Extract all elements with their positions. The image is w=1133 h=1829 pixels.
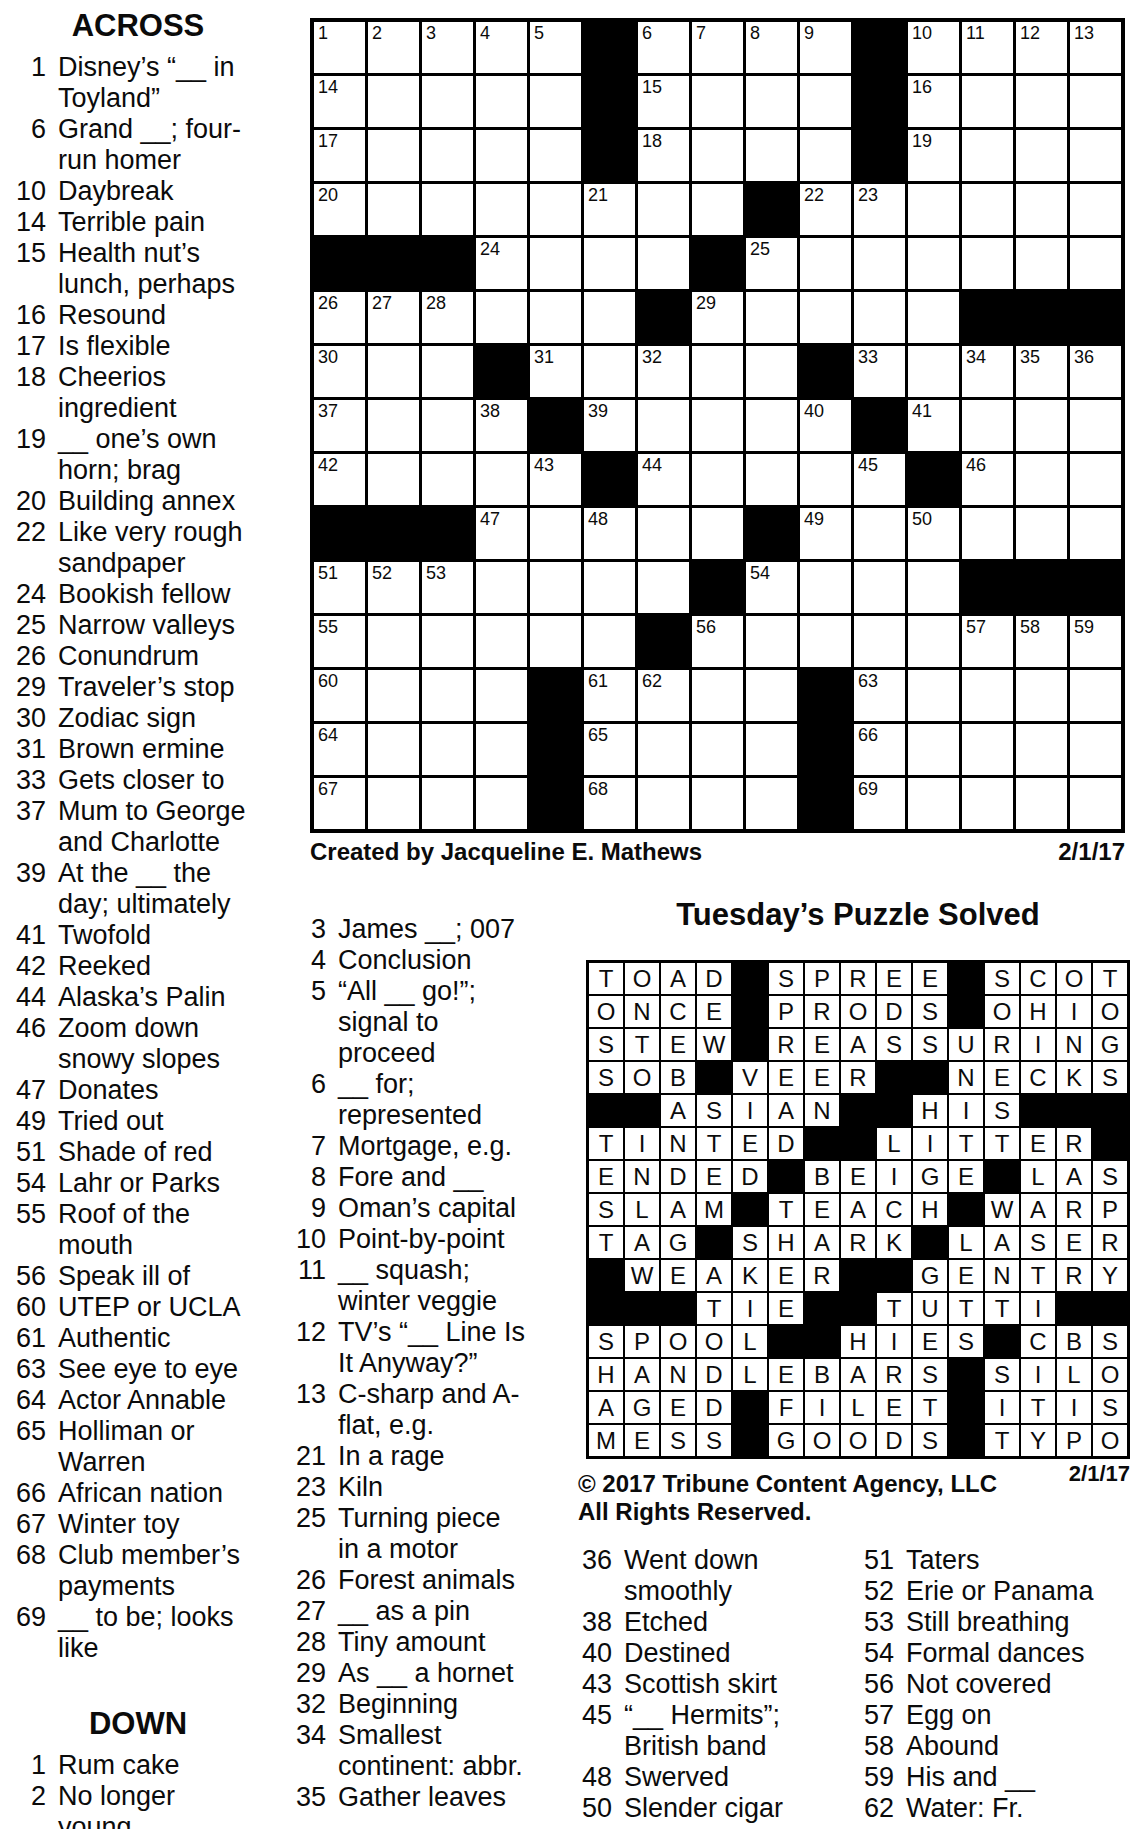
grid-cell-r4c8[interactable] [692, 184, 743, 235]
grid-cell-r2c1[interactable]: 14 [314, 76, 365, 127]
grid-cell-r4c1[interactable]: 20 [314, 184, 365, 235]
grid-cell-r1c13[interactable]: 11 [962, 22, 1013, 73]
grid-cell-r14c4[interactable] [476, 724, 527, 775]
solved-letter-r13c4: D [697, 1359, 731, 1390]
clue-number: 32 [292, 1689, 326, 1720]
solved-letter-r8c10: H [913, 1194, 947, 1225]
grid-cell-r8c8[interactable] [692, 400, 743, 451]
grid-cell-r13c2[interactable] [368, 670, 419, 721]
grid-cell-r15c6[interactable]: 68 [584, 778, 635, 829]
grid-cell-r15c12[interactable] [908, 778, 959, 829]
cell-number: 34 [966, 347, 986, 367]
grid-cell-r14c12[interactable] [908, 724, 959, 775]
grid-cell-r13c11[interactable]: 63 [854, 670, 905, 721]
grid-cell-r6c8[interactable]: 29 [692, 292, 743, 343]
clue-text: C-sharp and A- flat, e.g. [338, 1379, 552, 1441]
grid-cell-r10c14[interactable] [1016, 508, 1067, 559]
grid-cell-r2c5[interactable] [530, 76, 581, 127]
solved-letter-r9c14: E [1057, 1227, 1091, 1258]
grid-cell-r4c5[interactable] [530, 184, 581, 235]
grid-cell-r11c11[interactable] [854, 562, 905, 613]
solved-letter-r1c15: T [1093, 963, 1127, 994]
grid-cell-r2c10[interactable] [800, 76, 851, 127]
clue-number: 15 [10, 238, 46, 269]
grid-cell-r12c12[interactable] [908, 616, 959, 667]
clue-item: 43Scottish skirt [578, 1669, 870, 1700]
grid-cell-r12c13[interactable]: 57 [962, 616, 1013, 667]
clue-number: 62 [860, 1793, 894, 1824]
cell-number: 9 [804, 23, 814, 43]
grid-cell-r5c11[interactable] [854, 238, 905, 289]
clue-item: 16Resound [10, 300, 266, 331]
grid-cell-r11c1[interactable]: 51 [314, 562, 365, 613]
cell-number: 37 [318, 401, 338, 421]
clue-number: 6 [292, 1069, 326, 1100]
grid-cell-r8c6[interactable]: 39 [584, 400, 635, 451]
grid-cell-r10c13[interactable] [962, 508, 1013, 559]
grid-cell-r3c5[interactable] [530, 130, 581, 181]
grid-cell-r4c4[interactable] [476, 184, 527, 235]
across-clue-list: 1Disney’s “__ in Toyland”6Grand __; four… [10, 52, 266, 1664]
grid-cell-r8c3[interactable] [422, 400, 473, 451]
grid-cell-r2c12[interactable]: 16 [908, 76, 959, 127]
grid-cell-r7c8[interactable] [692, 346, 743, 397]
grid-cell-r12c3[interactable] [422, 616, 473, 667]
grid-cell-r15c4[interactable] [476, 778, 527, 829]
grid-cell-r9c3[interactable] [422, 454, 473, 505]
grid-cell-r14c15[interactable] [1070, 724, 1121, 775]
grid-cell-r14c6[interactable]: 65 [584, 724, 635, 775]
clue-number: 43 [578, 1669, 612, 1700]
grid-cell-r4c15[interactable] [1070, 184, 1121, 235]
solved-letter-r15c7: O [805, 1425, 839, 1456]
grid-cell-r11c12[interactable] [908, 562, 959, 613]
grid-cell-r11c4[interactable] [476, 562, 527, 613]
grid-cell-r14c8[interactable] [692, 724, 743, 775]
down-clue-list-1: 1Rum cake2No longer young [10, 1750, 266, 1829]
block-cell-r11c8 [692, 562, 743, 613]
solved-block-r15c5 [733, 1425, 767, 1456]
grid-cell-r10c15[interactable] [1070, 508, 1121, 559]
cell-number: 56 [696, 617, 716, 637]
grid-cell-r7c6[interactable] [584, 346, 635, 397]
grid-cell-r11c10[interactable] [800, 562, 851, 613]
grid-cell-r9c11[interactable]: 45 [854, 454, 905, 505]
grid-cell-r13c14[interactable] [1016, 670, 1067, 721]
grid-cell-r7c5[interactable]: 31 [530, 346, 581, 397]
solved-letter-r6c3: N [661, 1128, 695, 1159]
clue-number: 20 [10, 486, 46, 517]
grid-cell-r1c7[interactable]: 6 [638, 22, 689, 73]
grid-cell-r5c14[interactable] [1016, 238, 1067, 289]
grid-cell-r15c15[interactable] [1070, 778, 1121, 829]
solved-block-r14c5 [733, 1392, 767, 1423]
grid-cell-r2c14[interactable] [1016, 76, 1067, 127]
clue-number: 61 [10, 1323, 46, 1354]
clue-item: 9Oman’s capital [292, 1193, 558, 1224]
grid-cell-r13c6[interactable]: 61 [584, 670, 635, 721]
grid-cell-r9c15[interactable] [1070, 454, 1121, 505]
grid-cell-r7c9[interactable] [746, 346, 797, 397]
solved-letter-r12c11: S [949, 1326, 983, 1357]
grid-cell-r6c6[interactable] [584, 292, 635, 343]
grid-cell-r8c15[interactable] [1070, 400, 1121, 451]
block-cell-r10c2 [368, 508, 419, 559]
grid-cell-r14c9[interactable] [746, 724, 797, 775]
grid-cell-r14c11[interactable]: 66 [854, 724, 905, 775]
grid-cell-r5c9[interactable]: 25 [746, 238, 797, 289]
down-clue-list-2: 3James __; 0074Conclusion5“All __ go!”; … [292, 914, 558, 1813]
grid-cell-r4c10[interactable]: 22 [800, 184, 851, 235]
grid-cell-r9c7[interactable]: 44 [638, 454, 689, 505]
clue-text: __ to be; looks like [58, 1602, 266, 1664]
grid-cell-r8c13[interactable] [962, 400, 1013, 451]
grid-cell-r3c2[interactable] [368, 130, 419, 181]
grid-cell-r15c11[interactable]: 69 [854, 778, 905, 829]
solved-letter-r2c1: O [589, 996, 623, 1027]
grid-cell-r7c1[interactable]: 30 [314, 346, 365, 397]
grid-cell-r9c5[interactable]: 43 [530, 454, 581, 505]
grid-cell-r11c5[interactable] [530, 562, 581, 613]
grid-cell-r13c15[interactable] [1070, 670, 1121, 721]
grid-cell-r2c7[interactable]: 15 [638, 76, 689, 127]
grid-cell-r9c1[interactable]: 42 [314, 454, 365, 505]
grid-cell-r15c14[interactable] [1016, 778, 1067, 829]
grid-cell-r5c12[interactable] [908, 238, 959, 289]
grid-cell-r14c13[interactable] [962, 724, 1013, 775]
grid-cell-r5c7[interactable] [638, 238, 689, 289]
grid-cell-r9c4[interactable] [476, 454, 527, 505]
solved-letter-r5c11: I [949, 1095, 983, 1126]
grid-cell-r10c10[interactable]: 49 [800, 508, 851, 559]
grid-cell-r3c4[interactable] [476, 130, 527, 181]
clue-item: 42Reeked [10, 951, 266, 982]
clue-item: 48Swerved [578, 1762, 870, 1793]
grid-cell-r2c15[interactable] [1070, 76, 1121, 127]
clue-number: 38 [578, 1607, 612, 1638]
grid-cell-r7c14[interactable]: 35 [1016, 346, 1067, 397]
grid-cell-r15c7[interactable] [638, 778, 689, 829]
solved-letter-r9c1: T [589, 1227, 623, 1258]
grid-cell-r3c14[interactable] [1016, 130, 1067, 181]
grid-cell-r1c3[interactable]: 3 [422, 22, 473, 73]
grid-cell-r3c12[interactable]: 19 [908, 130, 959, 181]
grid-cell-r8c9[interactable] [746, 400, 797, 451]
grid-cell-r13c1[interactable]: 60 [314, 670, 365, 721]
grid-cell-r5c15[interactable] [1070, 238, 1121, 289]
cell-number: 18 [642, 131, 662, 151]
cell-number: 15 [642, 77, 662, 97]
grid-cell-r3c9[interactable] [746, 130, 797, 181]
grid-cell-r14c7[interactable] [638, 724, 689, 775]
clue-text: Winter toy [58, 1509, 266, 1540]
clue-text: Speak ill of [58, 1261, 266, 1292]
grid-cell-r7c11[interactable]: 33 [854, 346, 905, 397]
grid-cell-r8c1[interactable]: 37 [314, 400, 365, 451]
grid-cell-r2c8[interactable] [692, 76, 743, 127]
clue-text: Mortgage, e.g. [338, 1131, 552, 1162]
grid-cell-r6c11[interactable] [854, 292, 905, 343]
block-cell-r6c7 [638, 292, 689, 343]
grid-cell-r15c8[interactable] [692, 778, 743, 829]
grid-cell-r12c2[interactable] [368, 616, 419, 667]
grid-cell-r2c9[interactable] [746, 76, 797, 127]
grid-cell-r3c8[interactable] [692, 130, 743, 181]
grid-cell-r6c1[interactable]: 26 [314, 292, 365, 343]
grid-cell-r3c3[interactable] [422, 130, 473, 181]
grid-cell-r4c11[interactable]: 23 [854, 184, 905, 235]
solved-letter-r15c2: E [625, 1425, 659, 1456]
solved-block-r11c15 [1093, 1293, 1127, 1324]
grid-cell-r12c15[interactable]: 59 [1070, 616, 1121, 667]
clue-item: 59His and __ [860, 1762, 1128, 1793]
grid-cell-r1c4[interactable]: 4 [476, 22, 527, 73]
solved-block-r7c6 [769, 1161, 803, 1192]
solved-letter-r4c11: N [949, 1062, 983, 1093]
grid-cell-r3c10[interactable] [800, 130, 851, 181]
grid-cell-r10c6[interactable]: 48 [584, 508, 635, 559]
grid-cell-r13c7[interactable]: 62 [638, 670, 689, 721]
grid-cell-r4c12[interactable] [908, 184, 959, 235]
solved-letter-r3c10: S [913, 1029, 947, 1060]
clue-number: 22 [10, 517, 46, 548]
grid-cell-r12c10[interactable] [800, 616, 851, 667]
grid-cell-r1c9[interactable]: 8 [746, 22, 797, 73]
grid-cell-r5c6[interactable] [584, 238, 635, 289]
solved-letter-r15c12: T [985, 1425, 1019, 1456]
grid-cell-r1c12[interactable]: 10 [908, 22, 959, 73]
grid-cell-r14c2[interactable] [368, 724, 419, 775]
grid-cell-r8c12[interactable]: 41 [908, 400, 959, 451]
solved-letter-r2c14: I [1057, 996, 1091, 1027]
clue-item: 21In a rage [292, 1441, 558, 1472]
grid-cell-r6c5[interactable] [530, 292, 581, 343]
grid-cell-r14c14[interactable] [1016, 724, 1067, 775]
solved-letter-r12c1: S [589, 1326, 623, 1357]
solved-block-r8c11 [949, 1194, 983, 1225]
grid-cell-r11c7[interactable] [638, 562, 689, 613]
grid-cell-r9c13[interactable]: 46 [962, 454, 1013, 505]
grid-cell-r4c13[interactable] [962, 184, 1013, 235]
clue-number: 25 [10, 610, 46, 641]
grid-cell-r12c4[interactable] [476, 616, 527, 667]
grid-cell-r3c7[interactable]: 18 [638, 130, 689, 181]
clue-item: 39At the __ the day; ultimately [10, 858, 266, 920]
grid-cell-r13c9[interactable] [746, 670, 797, 721]
grid-cell-r12c6[interactable] [584, 616, 635, 667]
grid-cell-r3c15[interactable] [1070, 130, 1121, 181]
grid-cell-r5c13[interactable] [962, 238, 1013, 289]
grid-cell-r11c3[interactable]: 53 [422, 562, 473, 613]
grid-cell-r11c6[interactable] [584, 562, 635, 613]
grid-cell-r6c2[interactable]: 27 [368, 292, 419, 343]
solved-block-r5c14 [1057, 1095, 1091, 1126]
grid-cell-r6c12[interactable] [908, 292, 959, 343]
grid-cell-r2c2[interactable] [368, 76, 419, 127]
grid-cell-r2c4[interactable] [476, 76, 527, 127]
cell-number: 32 [642, 347, 662, 367]
grid-cell-r4c2[interactable] [368, 184, 419, 235]
cell-number: 25 [750, 239, 770, 259]
grid-cell-r7c12[interactable] [908, 346, 959, 397]
solved-letter-r10c12: N [985, 1260, 1019, 1291]
grid-cell-r4c7[interactable] [638, 184, 689, 235]
solved-letter-r10c4: A [697, 1260, 731, 1291]
block-cell-r2c6 [584, 76, 635, 127]
grid-cell-r14c3[interactable] [422, 724, 473, 775]
grid-cell-r9c2[interactable] [368, 454, 419, 505]
grid-cell-r5c4[interactable]: 24 [476, 238, 527, 289]
grid-cell-r11c2[interactable]: 52 [368, 562, 419, 613]
grid-cell-r3c1[interactable]: 17 [314, 130, 365, 181]
grid-cell-r1c10[interactable]: 9 [800, 22, 851, 73]
grid-cell-r12c14[interactable]: 58 [1016, 616, 1067, 667]
solved-block-r11c2 [625, 1293, 659, 1324]
clue-item: 12TV’s “__ Line Is It Anyway?” [292, 1317, 558, 1379]
solved-letter-r6c12: T [985, 1128, 1019, 1159]
grid-cell-r2c3[interactable] [422, 76, 473, 127]
grid-cell-r9c8[interactable] [692, 454, 743, 505]
grid-cell-r12c8[interactable]: 56 [692, 616, 743, 667]
grid-cell-r13c8[interactable] [692, 670, 743, 721]
clue-text: See eye to eye [58, 1354, 266, 1385]
grid-cell-r10c12[interactable]: 50 [908, 508, 959, 559]
solved-letter-r10c11: E [949, 1260, 983, 1291]
grid-cell-r7c3[interactable] [422, 346, 473, 397]
cell-number: 57 [966, 617, 986, 637]
block-cell-r13c5 [530, 670, 581, 721]
grid-cell-r13c13[interactable] [962, 670, 1013, 721]
solved-letter-r3c1: S [589, 1029, 623, 1060]
solved-block-r4c9 [877, 1062, 911, 1093]
clue-text: Destined [624, 1638, 862, 1669]
grid-cell-r12c9[interactable] [746, 616, 797, 667]
solved-letter-r11c13: I [1021, 1293, 1055, 1324]
grid-cell-r15c1[interactable]: 67 [314, 778, 365, 829]
grid-cell-r9c14[interactable] [1016, 454, 1067, 505]
grid-cell-r1c8[interactable]: 7 [692, 22, 743, 73]
clue-number: 14 [10, 207, 46, 238]
grid-cell-r9c9[interactable] [746, 454, 797, 505]
grid-cell-r10c8[interactable] [692, 508, 743, 559]
solved-letter-r6c13: E [1021, 1128, 1055, 1159]
solved-letter-r4c7: E [805, 1062, 839, 1093]
solved-letter-r9c12: A [985, 1227, 1019, 1258]
clue-item: 65Holliman or Warren [10, 1416, 266, 1478]
solved-letter-r13c15: O [1093, 1359, 1127, 1390]
clue-text: Turning piece in a motor [338, 1503, 552, 1565]
solved-letter-r8c14: R [1057, 1194, 1091, 1225]
grid-cell-r8c10[interactable]: 40 [800, 400, 851, 451]
grid-cell-r8c2[interactable] [368, 400, 419, 451]
grid-cell-r4c6[interactable]: 21 [584, 184, 635, 235]
grid-cell-r5c10[interactable] [800, 238, 851, 289]
solved-letter-r15c9: D [877, 1425, 911, 1456]
solved-letter-r13c14: L [1057, 1359, 1091, 1390]
solved-block-r4c4 [697, 1062, 731, 1093]
grid-cell-r2c13[interactable] [962, 76, 1013, 127]
clue-item: 54Lahr or Parks [10, 1168, 266, 1199]
grid-cell-r4c14[interactable] [1016, 184, 1067, 235]
grid-cell-r7c13[interactable]: 34 [962, 346, 1013, 397]
cell-number: 48 [588, 509, 608, 529]
grid-cell-r14c1[interactable]: 64 [314, 724, 365, 775]
clue-item: 46Zoom down snowy slopes [10, 1013, 266, 1075]
solved-letter-r1c9: E [877, 963, 911, 994]
grid-cell-r15c9[interactable] [746, 778, 797, 829]
clue-number: 49 [10, 1106, 46, 1137]
grid-cell-r10c4[interactable]: 47 [476, 508, 527, 559]
grid-cell-r10c7[interactable] [638, 508, 689, 559]
grid-cell-r8c7[interactable] [638, 400, 689, 451]
grid-cell-r10c11[interactable] [854, 508, 905, 559]
byline-row: Created by Jacqueline E. Mathews 2/1/17 [310, 838, 1125, 866]
copyright-line-2: All Rights Reserved. [578, 1498, 997, 1526]
grid-cell-r8c4[interactable]: 38 [476, 400, 527, 451]
grid-cell-r13c3[interactable] [422, 670, 473, 721]
grid-cell-r12c1[interactable]: 55 [314, 616, 365, 667]
grid-cell-r1c2[interactable]: 2 [368, 22, 419, 73]
clue-text: Holliman or Warren [58, 1416, 266, 1478]
clue-item: 49Tried out [10, 1106, 266, 1137]
grid-cell-r3c13[interactable] [962, 130, 1013, 181]
clue-number: 53 [860, 1607, 894, 1638]
clue-text: TV’s “__ Line Is It Anyway?” [338, 1317, 552, 1379]
cell-number: 59 [1074, 617, 1094, 637]
grid-cell-r6c4[interactable] [476, 292, 527, 343]
grid-cell-r6c10[interactable] [800, 292, 851, 343]
grid-cell-r7c7[interactable]: 32 [638, 346, 689, 397]
grid-cell-r13c12[interactable] [908, 670, 959, 721]
clue-item: 7Mortgage, e.g. [292, 1131, 558, 1162]
grid-cell-r10c5[interactable] [530, 508, 581, 559]
grid-cell-r6c9[interactable] [746, 292, 797, 343]
clue-number: 10 [10, 176, 46, 207]
grid-cell-r15c13[interactable] [962, 778, 1013, 829]
clue-number: 29 [10, 672, 46, 703]
grid-cell-r11c9[interactable]: 54 [746, 562, 797, 613]
grid-cell-r1c1[interactable]: 1 [314, 22, 365, 73]
grid-cell-r8c14[interactable] [1016, 400, 1067, 451]
grid-cell-r7c2[interactable] [368, 346, 419, 397]
clue-text: Conclusion [338, 945, 552, 976]
solved-letter-r14c7: I [805, 1392, 839, 1423]
clue-text: In a rage [338, 1441, 552, 1472]
grid-cell-r7c15[interactable]: 36 [1070, 346, 1121, 397]
solved-letter-r15c4: S [697, 1425, 731, 1456]
grid-cell-r12c5[interactable] [530, 616, 581, 667]
grid-cell-r9c10[interactable] [800, 454, 851, 505]
grid-cell-r6c3[interactable]: 28 [422, 292, 473, 343]
grid-cell-r4c3[interactable] [422, 184, 473, 235]
grid-cell-r13c4[interactable] [476, 670, 527, 721]
grid-cell-r1c15[interactable]: 13 [1070, 22, 1121, 73]
solved-block-r3c5 [733, 1029, 767, 1060]
grid-cell-r1c5[interactable]: 5 [530, 22, 581, 73]
clue-number: 48 [578, 1762, 612, 1793]
cell-number: 69 [858, 779, 878, 799]
cell-number: 68 [588, 779, 608, 799]
grid-cell-r1c14[interactable]: 12 [1016, 22, 1067, 73]
grid-cell-r12c11[interactable] [854, 616, 905, 667]
block-cell-r13c10 [800, 670, 851, 721]
clue-item: 18Cheerios ingredient [10, 362, 266, 424]
grid-cell-r15c3[interactable] [422, 778, 473, 829]
cell-number: 65 [588, 725, 608, 745]
grid-cell-r5c5[interactable] [530, 238, 581, 289]
clue-number: 34 [292, 1720, 326, 1751]
grid-cell-r15c2[interactable] [368, 778, 419, 829]
